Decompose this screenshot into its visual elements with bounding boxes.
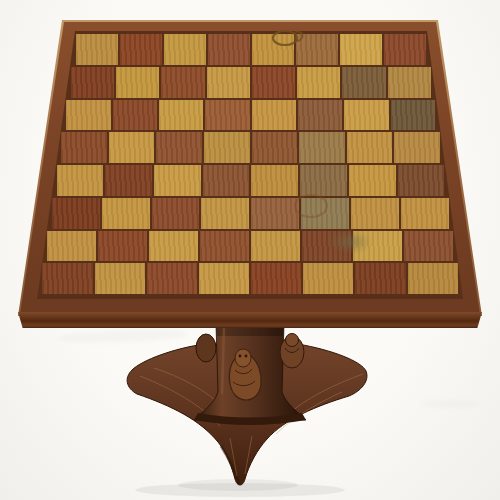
cup-ring-stain [294, 194, 328, 218]
frame-incised-line [14, 16, 486, 318]
wear-blotch [326, 230, 372, 254]
tabletop-side-edge [18, 312, 482, 328]
photo-background [0, 0, 500, 500]
background-smudge [420, 400, 480, 408]
pedestal [80, 318, 420, 500]
ring-scribble-mark [271, 27, 307, 47]
carved-figure-left [196, 334, 216, 362]
